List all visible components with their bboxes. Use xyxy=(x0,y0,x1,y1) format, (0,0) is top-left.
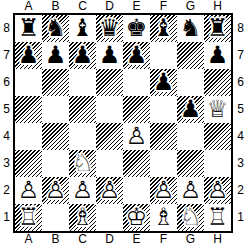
square-h5[interactable]: ♛♕ xyxy=(204,96,231,123)
square-e8[interactable]: ♚ xyxy=(123,15,150,42)
piece-outline: ♖ xyxy=(204,204,231,231)
black-pawn: ♟ xyxy=(204,42,231,69)
square-a7[interactable]: ♟ xyxy=(15,42,42,69)
white-pawn: ♟♙ xyxy=(177,177,204,204)
black-pawn: ♟ xyxy=(150,69,177,96)
square-a8[interactable]: ♜ xyxy=(15,15,42,42)
square-g7[interactable] xyxy=(177,42,204,69)
square-e1[interactable]: ♚♔ xyxy=(123,204,150,231)
piece-outline: ♘ xyxy=(69,150,96,177)
file-label-a: A xyxy=(15,0,42,13)
rank-label-1: 1 xyxy=(234,204,247,231)
square-d7[interactable]: ♟ xyxy=(96,42,123,69)
white-bishop: ♝♗ xyxy=(69,204,96,231)
rank-label-6: 6 xyxy=(234,69,247,96)
rank-label-2: 2 xyxy=(234,177,247,204)
square-f1[interactable]: ♝♗ xyxy=(150,204,177,231)
piece-outline: ♕ xyxy=(204,96,231,123)
piece-outline: ♙ xyxy=(204,177,231,204)
piece-outline: ♘ xyxy=(177,204,204,231)
square-d8[interactable]: ♛ xyxy=(96,15,123,42)
rank-label-8: 8 xyxy=(234,15,247,42)
square-c4[interactable] xyxy=(69,123,96,150)
black-pawn: ♟ xyxy=(69,42,96,69)
square-c2[interactable]: ♟♙ xyxy=(69,177,96,204)
square-c1[interactable]: ♝♗ xyxy=(69,204,96,231)
square-g1[interactable]: ♞♘ xyxy=(177,204,204,231)
chess-board: ♜♞♝♛♚♝♞♜♟♟♟♟♟♟♟♟♛♕♟♙♞♘♟♙♟♙♟♙♟♙♟♙♟♙♟♙♜♖♝♗… xyxy=(13,13,233,233)
piece-glyph: ♞ xyxy=(42,15,69,42)
white-knight: ♞♘ xyxy=(177,204,204,231)
square-a5[interactable] xyxy=(15,96,42,123)
square-c6[interactable] xyxy=(69,69,96,96)
square-d3[interactable] xyxy=(96,150,123,177)
white-queen: ♛♕ xyxy=(204,96,231,123)
rank-label-5: 5 xyxy=(234,96,247,123)
file-label-g: G xyxy=(177,233,204,246)
file-label-d: D xyxy=(96,233,123,246)
square-e6[interactable] xyxy=(123,69,150,96)
white-pawn: ♟♙ xyxy=(96,177,123,204)
square-e2[interactable] xyxy=(123,177,150,204)
square-b2[interactable]: ♟♙ xyxy=(42,177,69,204)
file-label-d: D xyxy=(96,0,123,13)
file-label-b: B xyxy=(42,233,69,246)
white-pawn: ♟♙ xyxy=(69,177,96,204)
rank-label-7: 7 xyxy=(234,42,247,69)
piece-outline: ♙ xyxy=(150,177,177,204)
square-b6[interactable] xyxy=(42,69,69,96)
rank-label-6: 6 xyxy=(0,69,13,96)
white-knight: ♞♘ xyxy=(69,150,96,177)
white-pawn: ♟♙ xyxy=(123,123,150,150)
square-d6[interactable] xyxy=(96,69,123,96)
file-label-b: B xyxy=(42,0,69,13)
file-label-h: H xyxy=(204,0,231,13)
black-knight: ♞ xyxy=(177,15,204,42)
square-a4[interactable] xyxy=(15,123,42,150)
square-b7[interactable]: ♟ xyxy=(42,42,69,69)
piece-glyph: ♟ xyxy=(42,42,69,69)
black-pawn: ♟ xyxy=(177,96,204,123)
square-g8[interactable]: ♞ xyxy=(177,15,204,42)
square-c3[interactable]: ♞♘ xyxy=(69,150,96,177)
piece-glyph: ♝ xyxy=(69,15,96,42)
black-rook: ♜ xyxy=(204,15,231,42)
square-g3[interactable] xyxy=(177,150,204,177)
rank-label-2: 2 xyxy=(0,177,13,204)
square-d2[interactable]: ♟♙ xyxy=(96,177,123,204)
piece-glyph: ♛ xyxy=(96,15,123,42)
piece-glyph: ♟ xyxy=(204,42,231,69)
file-label-c: C xyxy=(69,233,96,246)
piece-outline: ♖ xyxy=(15,204,42,231)
square-f5[interactable] xyxy=(150,96,177,123)
black-pawn: ♟ xyxy=(42,42,69,69)
white-pawn: ♟♙ xyxy=(204,177,231,204)
piece-outline: ♙ xyxy=(123,123,150,150)
white-pawn: ♟♙ xyxy=(42,177,69,204)
black-knight: ♞ xyxy=(42,15,69,42)
piece-outline: ♙ xyxy=(96,177,123,204)
square-h6[interactable] xyxy=(204,69,231,96)
square-h2[interactable]: ♟♙ xyxy=(204,177,231,204)
piece-outline: ♙ xyxy=(69,177,96,204)
piece-outline: ♔ xyxy=(123,204,150,231)
square-b8[interactable]: ♞ xyxy=(42,15,69,42)
piece-glyph: ♟ xyxy=(69,42,96,69)
square-g2[interactable]: ♟♙ xyxy=(177,177,204,204)
piece-glyph: ♞ xyxy=(177,15,204,42)
square-h8[interactable]: ♜ xyxy=(204,15,231,42)
square-a1[interactable]: ♜♖ xyxy=(15,204,42,231)
square-a6[interactable] xyxy=(15,69,42,96)
white-rook: ♜♖ xyxy=(204,204,231,231)
file-labels-bottom: ABCDEFGH xyxy=(15,233,231,246)
square-f4[interactable] xyxy=(150,123,177,150)
piece-glyph: ♜ xyxy=(204,15,231,42)
square-c8[interactable]: ♝ xyxy=(69,15,96,42)
file-label-e: E xyxy=(123,0,150,13)
rank-label-4: 4 xyxy=(234,123,247,150)
rank-label-3: 3 xyxy=(0,150,13,177)
square-d1[interactable] xyxy=(96,204,123,231)
square-g6[interactable] xyxy=(177,69,204,96)
white-pawn: ♟♙ xyxy=(150,177,177,204)
square-e4[interactable]: ♟♙ xyxy=(123,123,150,150)
black-queen: ♛ xyxy=(96,15,123,42)
square-f6[interactable]: ♟ xyxy=(150,69,177,96)
square-a2[interactable]: ♟♙ xyxy=(15,177,42,204)
piece-glyph: ♝ xyxy=(150,15,177,42)
square-e7[interactable]: ♟ xyxy=(123,42,150,69)
square-g4[interactable] xyxy=(177,123,204,150)
piece-glyph: ♟ xyxy=(150,69,177,96)
square-a3[interactable] xyxy=(15,150,42,177)
white-pawn: ♟♙ xyxy=(15,177,42,204)
square-d5[interactable] xyxy=(96,96,123,123)
black-pawn: ♟ xyxy=(123,42,150,69)
file-label-a: A xyxy=(15,233,42,246)
file-label-f: F xyxy=(150,233,177,246)
square-f7[interactable] xyxy=(150,42,177,69)
square-e3[interactable] xyxy=(123,150,150,177)
rank-label-8: 8 xyxy=(0,15,13,42)
chess-diagram: ABCDEFGH 87654321 ♜♞♝♛♚♝♞♜♟♟♟♟♟♟♟♟♛♕♟♙♞♘… xyxy=(0,0,246,246)
square-d4[interactable] xyxy=(96,123,123,150)
file-label-g: G xyxy=(177,0,204,13)
square-h3[interactable] xyxy=(204,150,231,177)
black-bishop: ♝ xyxy=(69,15,96,42)
black-bishop: ♝ xyxy=(150,15,177,42)
square-b3[interactable] xyxy=(42,150,69,177)
piece-glyph: ♟ xyxy=(123,42,150,69)
file-label-h: H xyxy=(204,233,231,246)
black-pawn: ♟ xyxy=(96,42,123,69)
square-b5[interactable] xyxy=(42,96,69,123)
square-h7[interactable]: ♟ xyxy=(204,42,231,69)
rank-labels-left: 87654321 xyxy=(0,15,13,231)
piece-outline: ♙ xyxy=(177,177,204,204)
square-f3[interactable] xyxy=(150,150,177,177)
rank-labels-right: 87654321 xyxy=(234,15,247,231)
square-b1[interactable] xyxy=(42,204,69,231)
file-labels-top: ABCDEFGH xyxy=(15,0,231,13)
square-f8[interactable]: ♝ xyxy=(150,15,177,42)
piece-glyph: ♟ xyxy=(96,42,123,69)
piece-glyph: ♜ xyxy=(15,15,42,42)
piece-glyph: ♚ xyxy=(123,15,150,42)
black-king: ♚ xyxy=(123,15,150,42)
piece-glyph: ♟ xyxy=(177,96,204,123)
square-e5[interactable] xyxy=(123,96,150,123)
piece-outline: ♙ xyxy=(42,177,69,204)
black-rook: ♜ xyxy=(15,15,42,42)
rank-label-5: 5 xyxy=(0,96,13,123)
square-h1[interactable]: ♜♖ xyxy=(204,204,231,231)
rank-label-1: 1 xyxy=(0,204,13,231)
white-king: ♚♔ xyxy=(123,204,150,231)
square-b4[interactable] xyxy=(42,123,69,150)
file-label-f: F xyxy=(150,0,177,13)
square-c5[interactable] xyxy=(69,96,96,123)
white-rook: ♜♖ xyxy=(15,204,42,231)
rank-label-4: 4 xyxy=(0,123,13,150)
square-f2[interactable]: ♟♙ xyxy=(150,177,177,204)
piece-outline: ♗ xyxy=(69,204,96,231)
black-pawn: ♟ xyxy=(15,42,42,69)
piece-outline: ♙ xyxy=(15,177,42,204)
rank-label-3: 3 xyxy=(234,150,247,177)
white-bishop: ♝♗ xyxy=(150,204,177,231)
file-label-e: E xyxy=(123,233,150,246)
file-label-c: C xyxy=(69,0,96,13)
square-c7[interactable]: ♟ xyxy=(69,42,96,69)
piece-glyph: ♟ xyxy=(15,42,42,69)
piece-outline: ♗ xyxy=(150,204,177,231)
rank-label-7: 7 xyxy=(0,42,13,69)
square-g5[interactable]: ♟ xyxy=(177,96,204,123)
square-h4[interactable] xyxy=(204,123,231,150)
